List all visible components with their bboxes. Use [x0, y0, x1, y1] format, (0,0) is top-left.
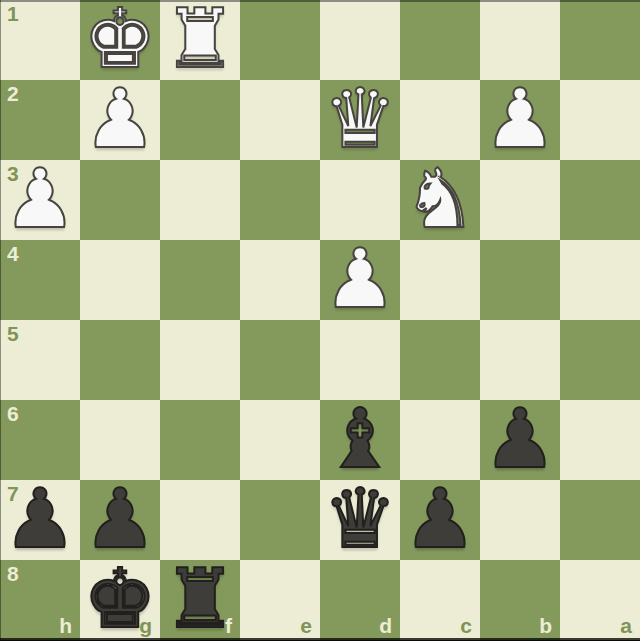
black-pawn[interactable]: ♟: [0, 479, 80, 559]
square-d2[interactable]: ♛: [320, 80, 400, 160]
black-pawn[interactable]: ♟: [480, 399, 560, 479]
black-king[interactable]: ♚: [80, 559, 160, 639]
square-c2[interactable]: [400, 80, 480, 160]
file-label: a: [620, 615, 632, 636]
white-pawn[interactable]: ♟: [80, 79, 160, 159]
square-g8[interactable]: g♚: [80, 560, 160, 640]
rank-label: 1: [7, 3, 19, 24]
square-e8[interactable]: e: [240, 560, 320, 640]
square-d7[interactable]: ♛: [320, 480, 400, 560]
square-b7[interactable]: [480, 480, 560, 560]
square-a3[interactable]: [560, 160, 640, 240]
square-e3[interactable]: [240, 160, 320, 240]
square-f6[interactable]: [160, 400, 240, 480]
square-b1[interactable]: [480, 0, 560, 80]
square-f5[interactable]: [160, 320, 240, 400]
square-h1[interactable]: 1: [0, 0, 80, 80]
square-b6[interactable]: ♟: [480, 400, 560, 480]
rank-label: 8: [7, 563, 19, 584]
black-bishop[interactable]: ♝: [320, 399, 400, 479]
square-c1[interactable]: [400, 0, 480, 80]
square-d4[interactable]: ♟: [320, 240, 400, 320]
square-c6[interactable]: [400, 400, 480, 480]
square-e6[interactable]: [240, 400, 320, 480]
square-d1[interactable]: [320, 0, 400, 80]
square-d6[interactable]: ♝: [320, 400, 400, 480]
square-f2[interactable]: [160, 80, 240, 160]
square-c3[interactable]: ♞: [400, 160, 480, 240]
square-c8[interactable]: c: [400, 560, 480, 640]
square-g1[interactable]: ♚: [80, 0, 160, 80]
board-edge-left: [0, 0, 1, 641]
file-label: h: [59, 615, 72, 636]
square-a4[interactable]: [560, 240, 640, 320]
square-b2[interactable]: ♟: [480, 80, 560, 160]
square-h5[interactable]: 5: [0, 320, 80, 400]
black-rook[interactable]: ♜: [160, 559, 240, 639]
file-label: d: [379, 615, 392, 636]
square-c5[interactable]: [400, 320, 480, 400]
square-a8[interactable]: a: [560, 560, 640, 640]
square-d8[interactable]: d: [320, 560, 400, 640]
square-d3[interactable]: [320, 160, 400, 240]
square-h8[interactable]: 8h: [0, 560, 80, 640]
board-grid: 1♚♜2♟♛♟3♟♞4♟56♝♟7♟♟♛♟8hg♚f♜edcba: [0, 0, 640, 640]
square-h7[interactable]: 7♟: [0, 480, 80, 560]
square-d5[interactable]: [320, 320, 400, 400]
file-label: e: [300, 615, 312, 636]
black-pawn[interactable]: ♟: [400, 479, 480, 559]
square-g3[interactable]: [80, 160, 160, 240]
rank-label: 6: [7, 403, 19, 424]
square-f3[interactable]: [160, 160, 240, 240]
square-a2[interactable]: [560, 80, 640, 160]
square-f7[interactable]: [160, 480, 240, 560]
rank-label: 5: [7, 323, 19, 344]
square-a7[interactable]: [560, 480, 640, 560]
square-b4[interactable]: [480, 240, 560, 320]
square-c4[interactable]: [400, 240, 480, 320]
square-f4[interactable]: [160, 240, 240, 320]
square-e2[interactable]: [240, 80, 320, 160]
white-queen[interactable]: ♛: [320, 79, 400, 159]
square-f8[interactable]: f♜: [160, 560, 240, 640]
square-h6[interactable]: 6: [0, 400, 80, 480]
white-king[interactable]: ♚: [80, 0, 160, 79]
square-h3[interactable]: 3♟: [0, 160, 80, 240]
square-h2[interactable]: 2: [0, 80, 80, 160]
white-pawn[interactable]: ♟: [480, 79, 560, 159]
square-a6[interactable]: [560, 400, 640, 480]
square-c7[interactable]: ♟: [400, 480, 480, 560]
white-pawn[interactable]: ♟: [0, 159, 80, 239]
square-e1[interactable]: [240, 0, 320, 80]
chess-board: 1♚♜2♟♛♟3♟♞4♟56♝♟7♟♟♛♟8hg♚f♜edcba: [0, 0, 640, 641]
square-a5[interactable]: [560, 320, 640, 400]
square-g4[interactable]: [80, 240, 160, 320]
square-g5[interactable]: [80, 320, 160, 400]
white-rook[interactable]: ♜: [160, 0, 240, 79]
square-a1[interactable]: [560, 0, 640, 80]
white-pawn[interactable]: ♟: [320, 239, 400, 319]
black-pawn[interactable]: ♟: [80, 479, 160, 559]
board-edge-top: [0, 0, 640, 2]
square-f1[interactable]: ♜: [160, 0, 240, 80]
square-g7[interactable]: ♟: [80, 480, 160, 560]
file-label: b: [539, 615, 552, 636]
square-e7[interactable]: [240, 480, 320, 560]
square-h4[interactable]: 4: [0, 240, 80, 320]
square-b3[interactable]: [480, 160, 560, 240]
black-queen[interactable]: ♛: [320, 479, 400, 559]
rank-label: 4: [7, 243, 19, 264]
square-b8[interactable]: b: [480, 560, 560, 640]
square-g6[interactable]: [80, 400, 160, 480]
file-label: c: [460, 615, 472, 636]
square-g2[interactable]: ♟: [80, 80, 160, 160]
square-e4[interactable]: [240, 240, 320, 320]
square-e5[interactable]: [240, 320, 320, 400]
white-knight[interactable]: ♞: [400, 159, 480, 239]
square-b5[interactable]: [480, 320, 560, 400]
rank-label: 2: [7, 83, 19, 104]
